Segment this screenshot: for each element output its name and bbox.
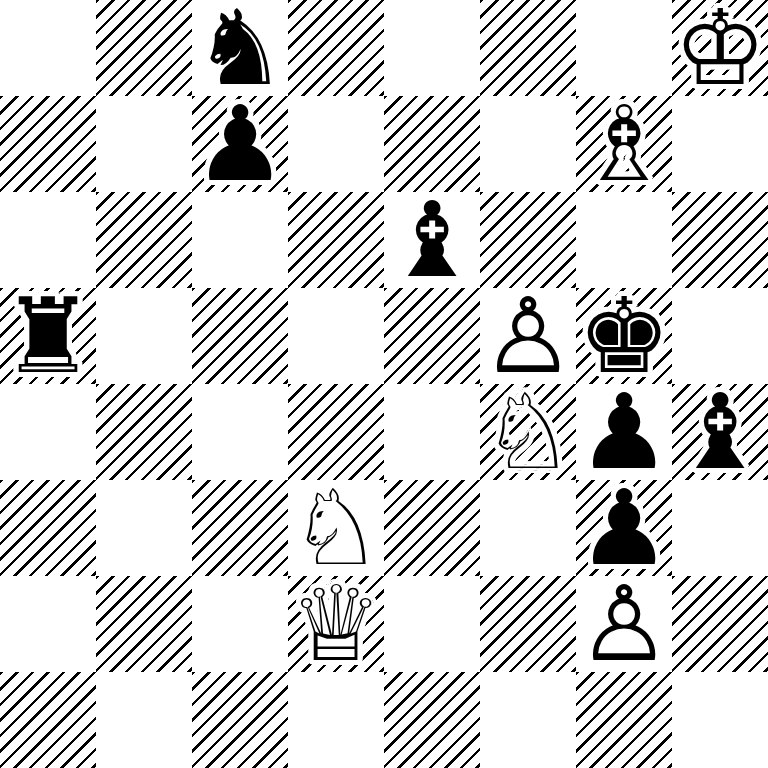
square-a2[interactable] bbox=[0, 576, 96, 672]
square-d8[interactable] bbox=[288, 0, 384, 96]
square-a6[interactable] bbox=[0, 192, 96, 288]
square-b5[interactable] bbox=[96, 288, 192, 384]
square-h6[interactable] bbox=[672, 192, 768, 288]
square-g7[interactable]: ♗ bbox=[576, 96, 672, 192]
square-b3[interactable] bbox=[96, 480, 192, 576]
piece-white-pawn[interactable]: ♙ bbox=[577, 576, 670, 672]
piece-black-knight[interactable]: ♞ bbox=[193, 0, 286, 96]
square-d5[interactable] bbox=[288, 288, 384, 384]
square-c4[interactable] bbox=[192, 384, 288, 480]
square-c5[interactable] bbox=[192, 288, 288, 384]
square-b4[interactable] bbox=[96, 384, 192, 480]
square-g6[interactable] bbox=[576, 192, 672, 288]
square-d4[interactable] bbox=[288, 384, 384, 480]
square-d3[interactable]: ♘ bbox=[288, 480, 384, 576]
square-c8[interactable]: ♞ bbox=[192, 0, 288, 96]
square-d1[interactable] bbox=[288, 672, 384, 768]
piece-black-bishop[interactable]: ♝ bbox=[673, 384, 766, 480]
square-h2[interactable] bbox=[672, 576, 768, 672]
square-g1[interactable] bbox=[576, 672, 672, 768]
square-f7[interactable] bbox=[480, 96, 576, 192]
square-a8[interactable] bbox=[0, 0, 96, 96]
piece-black-rook[interactable]: ♜ bbox=[1, 288, 94, 384]
square-h1[interactable] bbox=[672, 672, 768, 768]
square-d2[interactable]: ♕ bbox=[288, 576, 384, 672]
square-f4[interactable]: ♘ bbox=[480, 384, 576, 480]
square-g5[interactable]: ♚ bbox=[576, 288, 672, 384]
piece-black-pawn[interactable]: ♟ bbox=[193, 96, 286, 192]
square-f5[interactable]: ♙ bbox=[480, 288, 576, 384]
piece-white-knight[interactable]: ♘ bbox=[481, 384, 574, 480]
square-g2[interactable]: ♙ bbox=[576, 576, 672, 672]
square-b2[interactable] bbox=[96, 576, 192, 672]
square-h4[interactable]: ♝ bbox=[672, 384, 768, 480]
square-f3[interactable] bbox=[480, 480, 576, 576]
piece-white-bishop[interactable]: ♗ bbox=[577, 96, 670, 192]
square-f8[interactable] bbox=[480, 0, 576, 96]
square-g3[interactable]: ♟ bbox=[576, 480, 672, 576]
square-g8[interactable] bbox=[576, 0, 672, 96]
piece-black-bishop[interactable]: ♝ bbox=[385, 192, 478, 288]
square-e4[interactable] bbox=[384, 384, 480, 480]
square-e1[interactable] bbox=[384, 672, 480, 768]
square-c7[interactable]: ♟ bbox=[192, 96, 288, 192]
square-a1[interactable] bbox=[0, 672, 96, 768]
square-e8[interactable] bbox=[384, 0, 480, 96]
square-d7[interactable] bbox=[288, 96, 384, 192]
square-c3[interactable] bbox=[192, 480, 288, 576]
square-e7[interactable] bbox=[384, 96, 480, 192]
square-f2[interactable] bbox=[480, 576, 576, 672]
square-f6[interactable] bbox=[480, 192, 576, 288]
square-e5[interactable] bbox=[384, 288, 480, 384]
square-h3[interactable] bbox=[672, 480, 768, 576]
square-c1[interactable] bbox=[192, 672, 288, 768]
square-f1[interactable] bbox=[480, 672, 576, 768]
square-e3[interactable] bbox=[384, 480, 480, 576]
square-h5[interactable] bbox=[672, 288, 768, 384]
square-h7[interactable] bbox=[672, 96, 768, 192]
square-b6[interactable] bbox=[96, 192, 192, 288]
piece-black-pawn[interactable]: ♟ bbox=[577, 384, 670, 480]
piece-white-queen[interactable]: ♕ bbox=[289, 576, 382, 672]
square-d6[interactable] bbox=[288, 192, 384, 288]
square-e2[interactable] bbox=[384, 576, 480, 672]
square-e6[interactable]: ♝ bbox=[384, 192, 480, 288]
square-c2[interactable] bbox=[192, 576, 288, 672]
piece-white-knight[interactable]: ♘ bbox=[289, 480, 382, 576]
square-a7[interactable] bbox=[0, 96, 96, 192]
square-g4[interactable]: ♟ bbox=[576, 384, 672, 480]
piece-black-pawn[interactable]: ♟ bbox=[577, 480, 670, 576]
chess-board: ♞♔♟♗♝♜♙♚♘♟♝♘♟♕♙ bbox=[0, 0, 768, 768]
square-a3[interactable] bbox=[0, 480, 96, 576]
square-a4[interactable] bbox=[0, 384, 96, 480]
square-b1[interactable] bbox=[96, 672, 192, 768]
square-a5[interactable]: ♜ bbox=[0, 288, 96, 384]
square-h8[interactable]: ♔ bbox=[672, 0, 768, 96]
square-c6[interactable] bbox=[192, 192, 288, 288]
square-b8[interactable] bbox=[96, 0, 192, 96]
piece-white-king[interactable]: ♔ bbox=[673, 0, 766, 96]
square-b7[interactable] bbox=[96, 96, 192, 192]
piece-black-king[interactable]: ♚ bbox=[577, 288, 670, 384]
piece-white-pawn[interactable]: ♙ bbox=[481, 288, 574, 384]
